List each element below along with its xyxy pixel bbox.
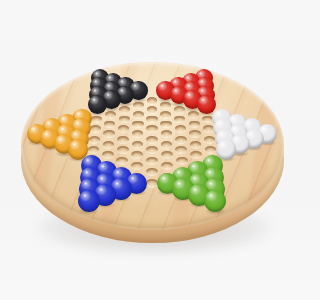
hole[interactable] xyxy=(146,116,157,123)
hole[interactable] xyxy=(131,162,143,169)
hole[interactable] xyxy=(105,111,116,118)
hole[interactable] xyxy=(103,141,115,148)
hole[interactable] xyxy=(160,111,171,118)
hole[interactable] xyxy=(175,146,187,153)
hole[interactable] xyxy=(175,136,187,143)
hole[interactable] xyxy=(104,121,115,128)
marble-red[interactable] xyxy=(197,95,216,114)
hole[interactable] xyxy=(190,151,202,158)
marble-blue[interactable] xyxy=(78,190,100,212)
hole[interactable] xyxy=(161,130,172,137)
chinese-checkers-scene xyxy=(0,0,300,300)
hole[interactable] xyxy=(161,151,173,158)
marble-black[interactable] xyxy=(88,95,107,114)
hole[interactable] xyxy=(90,125,101,132)
hole[interactable] xyxy=(88,146,100,153)
star-hole-grid xyxy=(0,0,300,300)
hole[interactable] xyxy=(118,125,129,132)
hole[interactable] xyxy=(119,106,130,113)
hole[interactable] xyxy=(176,157,188,164)
hole[interactable] xyxy=(117,146,129,153)
hole[interactable] xyxy=(189,130,200,137)
hole[interactable] xyxy=(131,151,143,158)
hole[interactable] xyxy=(132,121,143,128)
hole[interactable] xyxy=(117,136,129,143)
hole[interactable] xyxy=(146,168,158,175)
hole[interactable] xyxy=(146,146,158,153)
hole[interactable] xyxy=(146,125,157,132)
hole[interactable] xyxy=(147,106,158,113)
hole[interactable] xyxy=(89,136,101,143)
hole[interactable] xyxy=(133,111,144,118)
hole[interactable] xyxy=(133,102,144,109)
hole[interactable] xyxy=(147,97,158,104)
hole[interactable] xyxy=(146,136,158,143)
hole[interactable] xyxy=(160,121,171,128)
hole[interactable] xyxy=(190,141,202,148)
hole[interactable] xyxy=(146,157,158,164)
hole[interactable] xyxy=(161,141,173,148)
hole[interactable] xyxy=(116,157,128,164)
hole[interactable] xyxy=(161,162,173,169)
hole[interactable] xyxy=(175,125,186,132)
hole[interactable] xyxy=(91,116,102,123)
hole[interactable] xyxy=(189,121,200,128)
hole[interactable] xyxy=(132,141,144,148)
hole[interactable] xyxy=(174,116,185,123)
hole[interactable] xyxy=(132,130,143,137)
hole[interactable] xyxy=(103,130,114,137)
hole[interactable] xyxy=(102,151,114,158)
hole[interactable] xyxy=(119,116,130,123)
